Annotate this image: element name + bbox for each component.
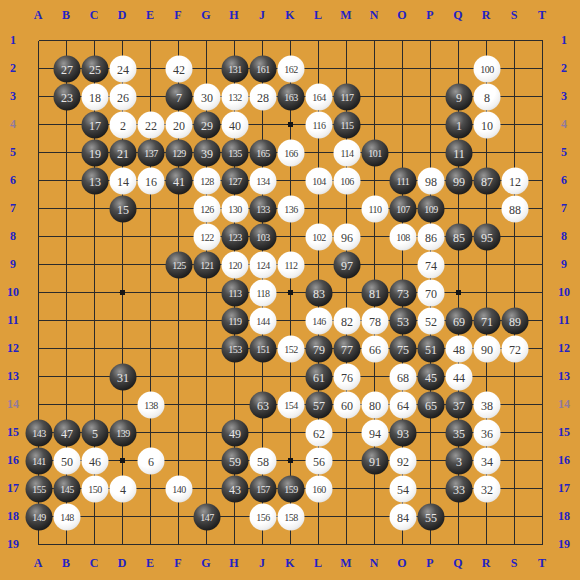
stone-W138-E14[interactable]: 138 — [138, 392, 165, 419]
stone-W160-L17[interactable]: 160 — [306, 476, 333, 503]
coord-label-top-Q: Q — [444, 7, 472, 23]
coord-label-right-14: 14 — [550, 396, 578, 412]
stone-B149-A18[interactable]: 149 — [26, 504, 53, 531]
coord-label-right-13: 13 — [550, 368, 578, 384]
coord-label-bottom-O: O — [388, 555, 416, 571]
stone-W124-J9[interactable]: 124 — [250, 252, 277, 279]
coord-label-left-19: 19 — [0, 536, 27, 552]
coord-label-bottom-G: G — [192, 555, 220, 571]
stone-W144-J11[interactable]: 144 — [250, 308, 277, 335]
stone-W86-P8[interactable]: 86 — [418, 224, 445, 251]
stone-B61-L13[interactable]: 61 — [306, 364, 333, 391]
stone-W152-K12[interactable]: 152 — [278, 336, 305, 363]
coord-label-right-7: 7 — [550, 200, 578, 216]
coord-label-right-18: 18 — [550, 508, 578, 524]
stone-W148-B18[interactable]: 148 — [54, 504, 81, 531]
stone-W44-Q13[interactable]: 44 — [446, 364, 473, 391]
stone-W6-E16[interactable]: 6 — [138, 448, 165, 475]
coord-label-left-18: 18 — [0, 508, 27, 524]
coord-label-left-17: 17 — [0, 480, 27, 496]
coord-label-left-14: 14 — [0, 396, 27, 412]
stone-W96-M8[interactable]: 96 — [334, 224, 361, 251]
coord-label-bottom-M: M — [332, 555, 360, 571]
stone-W42-F2[interactable]: 42 — [166, 56, 193, 83]
coord-label-bottom-S: S — [500, 555, 528, 571]
stone-W72-S12[interactable]: 72 — [502, 336, 529, 363]
coord-label-left-4: 4 — [0, 116, 27, 132]
coord-label-right-5: 5 — [550, 144, 578, 160]
coord-label-top-F: F — [164, 7, 192, 23]
coord-label-left-16: 16 — [0, 452, 27, 468]
stone-B33-Q17[interactable]: 33 — [446, 476, 473, 503]
stone-W24-D2[interactable]: 24 — [110, 56, 137, 83]
stone-B101-N5[interactable]: 101 — [362, 140, 389, 167]
coord-label-top-J: J — [248, 7, 276, 23]
coord-label-top-P: P — [416, 7, 444, 23]
stone-W74-P9[interactable]: 74 — [418, 252, 445, 279]
stone-W106-M6[interactable]: 106 — [334, 168, 361, 195]
coord-label-top-H: H — [220, 7, 248, 23]
stone-W26-D3[interactable]: 26 — [110, 84, 137, 111]
stone-B31-D13[interactable]: 31 — [110, 364, 137, 391]
coord-label-right-19: 19 — [550, 536, 578, 552]
stone-B81-N10[interactable]: 81 — [362, 280, 389, 307]
stone-W4-D17[interactable]: 4 — [110, 476, 137, 503]
stone-W98-P6[interactable]: 98 — [418, 168, 445, 195]
stone-W120-H9[interactable]: 120 — [222, 252, 249, 279]
stone-B121-G9[interactable]: 121 — [194, 252, 221, 279]
stone-W20-F4[interactable]: 20 — [166, 112, 193, 139]
stone-B63-J14[interactable]: 63 — [250, 392, 277, 419]
coord-label-top-B: B — [52, 7, 80, 23]
stone-W132-H3[interactable]: 132 — [222, 84, 249, 111]
stone-W22-E4[interactable]: 22 — [138, 112, 165, 139]
stone-B123-H8[interactable]: 123 — [222, 224, 249, 251]
stone-W58-J16[interactable]: 58 — [250, 448, 277, 475]
coord-label-top-N: N — [360, 7, 388, 23]
stone-W88-S7[interactable]: 88 — [502, 196, 529, 223]
coord-label-bottom-H: H — [220, 555, 248, 571]
stone-W50-B16[interactable]: 50 — [54, 448, 81, 475]
coord-label-bottom-A: A — [24, 555, 52, 571]
stone-W18-C3[interactable]: 18 — [82, 84, 109, 111]
coord-label-top-A: A — [24, 7, 52, 23]
star-point-K10 — [288, 290, 294, 296]
stone-B15-D7[interactable]: 15 — [110, 196, 137, 223]
stone-W12-S6[interactable]: 12 — [502, 168, 529, 195]
stone-B93-O15[interactable]: 93 — [390, 420, 417, 447]
stone-B153-H12[interactable]: 153 — [222, 336, 249, 363]
coord-label-top-R: R — [472, 7, 500, 23]
coord-label-left-9: 9 — [0, 256, 27, 272]
stone-B127-H6[interactable]: 127 — [222, 168, 249, 195]
stone-W146-L11[interactable]: 146 — [306, 308, 333, 335]
stone-W28-J3[interactable]: 28 — [250, 84, 277, 111]
stone-W34-R16[interactable]: 34 — [474, 448, 501, 475]
go-board[interactable]: AABBCCDDEEFFGGHHJJKKLLMMNNOOPPQQRRSSTT11… — [0, 0, 580, 580]
stone-W90-R12[interactable]: 90 — [474, 336, 501, 363]
coord-label-bottom-P: P — [416, 555, 444, 571]
stone-W16-E6[interactable]: 16 — [138, 168, 165, 195]
stone-B9-Q3[interactable]: 9 — [446, 84, 473, 111]
stone-B91-N16[interactable]: 91 — [362, 448, 389, 475]
coord-label-right-10: 10 — [550, 284, 578, 300]
coord-label-right-4: 4 — [550, 116, 578, 132]
stone-B37-Q14[interactable]: 37 — [446, 392, 473, 419]
coord-label-bottom-Q: Q — [444, 555, 472, 571]
stone-W80-N14[interactable]: 80 — [362, 392, 389, 419]
star-point-Q10 — [456, 290, 462, 296]
stone-W8-R3[interactable]: 8 — [474, 84, 501, 111]
coord-label-left-1: 1 — [0, 32, 27, 48]
stone-W66-N12[interactable]: 66 — [362, 336, 389, 363]
stone-B135-H5[interactable]: 135 — [222, 140, 249, 167]
stone-W114-M5[interactable]: 114 — [334, 140, 361, 167]
coord-label-left-13: 13 — [0, 368, 27, 384]
stone-B23-B3[interactable]: 23 — [54, 84, 81, 111]
stone-B111-O6[interactable]: 111 — [390, 168, 417, 195]
stone-B83-L10[interactable]: 83 — [306, 280, 333, 307]
stone-W118-J10[interactable]: 118 — [250, 280, 277, 307]
stone-W46-C16[interactable]: 46 — [82, 448, 109, 475]
stone-B73-O10[interactable]: 73 — [390, 280, 417, 307]
stone-B79-L12[interactable]: 79 — [306, 336, 333, 363]
coord-label-bottom-N: N — [360, 555, 388, 571]
coord-label-right-2: 2 — [550, 60, 578, 76]
coord-label-left-8: 8 — [0, 228, 27, 244]
stone-W60-M14[interactable]: 60 — [334, 392, 361, 419]
stone-B89-S11[interactable]: 89 — [502, 308, 529, 335]
stone-B47-B15[interactable]: 47 — [54, 420, 81, 447]
stone-W10-R4[interactable]: 10 — [474, 112, 501, 139]
stone-W126-G7[interactable]: 126 — [194, 196, 221, 223]
coord-label-right-9: 9 — [550, 256, 578, 272]
stone-B151-J12[interactable]: 151 — [250, 336, 277, 363]
stone-B107-O7[interactable]: 107 — [390, 196, 417, 223]
stone-B97-M9[interactable]: 97 — [334, 252, 361, 279]
stone-B7-F3[interactable]: 7 — [166, 84, 193, 111]
stone-W32-R17[interactable]: 32 — [474, 476, 501, 503]
stone-B71-R11[interactable]: 71 — [474, 308, 501, 335]
stone-B5-C15[interactable]: 5 — [82, 420, 109, 447]
stone-B109-P7[interactable]: 109 — [418, 196, 445, 223]
coord-label-left-12: 12 — [0, 340, 27, 356]
stone-W162-K2[interactable]: 162 — [278, 56, 305, 83]
stone-B1-Q4[interactable]: 1 — [446, 112, 473, 139]
coord-label-bottom-C: C — [80, 555, 108, 571]
stone-B59-H16[interactable]: 59 — [222, 448, 249, 475]
stone-B25-C2[interactable]: 25 — [82, 56, 109, 83]
stone-B137-E5[interactable]: 137 — [138, 140, 165, 167]
stone-W62-L15[interactable]: 62 — [306, 420, 333, 447]
coord-label-top-S: S — [500, 7, 528, 23]
coord-label-top-D: D — [108, 7, 136, 23]
stone-W52-P11[interactable]: 52 — [418, 308, 445, 335]
stone-B43-H17[interactable]: 43 — [222, 476, 249, 503]
stone-W94-N15[interactable]: 94 — [362, 420, 389, 447]
stone-W110-N7[interactable]: 110 — [362, 196, 389, 223]
stone-W102-L8[interactable]: 102 — [306, 224, 333, 251]
stone-W134-J6[interactable]: 134 — [250, 168, 277, 195]
stone-W116-L4[interactable]: 116 — [306, 112, 333, 139]
star-point-D10 — [120, 290, 126, 296]
stone-B119-H11[interactable]: 119 — [222, 308, 249, 335]
coord-label-left-2: 2 — [0, 60, 27, 76]
stone-B69-Q11[interactable]: 69 — [446, 308, 473, 335]
star-point-K16 — [288, 458, 294, 464]
coord-label-left-3: 3 — [0, 88, 27, 104]
star-point-D16 — [120, 458, 126, 464]
coord-label-right-8: 8 — [550, 228, 578, 244]
stone-W70-P10[interactable]: 70 — [418, 280, 445, 307]
coord-label-right-15: 15 — [550, 424, 578, 440]
stone-B95-R8[interactable]: 95 — [474, 224, 501, 251]
stone-W30-G3[interactable]: 30 — [194, 84, 221, 111]
coord-label-left-6: 6 — [0, 172, 27, 188]
coord-label-left-5: 5 — [0, 144, 27, 160]
stone-B35-Q15[interactable]: 35 — [446, 420, 473, 447]
stone-B27-B2[interactable]: 27 — [54, 56, 81, 83]
stone-W48-Q12[interactable]: 48 — [446, 336, 473, 363]
stone-B145-B17[interactable]: 145 — [54, 476, 81, 503]
stone-B155-A17[interactable]: 155 — [26, 476, 53, 503]
coord-label-right-3: 3 — [550, 88, 578, 104]
coord-label-bottom-B: B — [52, 555, 80, 571]
stone-W36-R15[interactable]: 36 — [474, 420, 501, 447]
coord-label-right-6: 6 — [550, 172, 578, 188]
stone-W140-F17[interactable]: 140 — [166, 476, 193, 503]
stone-W128-G6[interactable]: 128 — [194, 168, 221, 195]
stone-B17-C4[interactable]: 17 — [82, 112, 109, 139]
stone-W84-O18[interactable]: 84 — [390, 504, 417, 531]
stone-W100-R2[interactable]: 100 — [474, 56, 501, 83]
stone-W78-N11[interactable]: 78 — [362, 308, 389, 335]
stone-B13-C6[interactable]: 13 — [82, 168, 109, 195]
stone-W164-L3[interactable]: 164 — [306, 84, 333, 111]
stone-B65-P14[interactable]: 65 — [418, 392, 445, 419]
stone-B57-L14[interactable]: 57 — [306, 392, 333, 419]
stone-W14-D6[interactable]: 14 — [110, 168, 137, 195]
coord-label-right-16: 16 — [550, 452, 578, 468]
stone-W68-O13[interactable]: 68 — [390, 364, 417, 391]
stone-B157-J17[interactable]: 157 — [250, 476, 277, 503]
stone-B115-M4[interactable]: 115 — [334, 112, 361, 139]
stone-B39-G5[interactable]: 39 — [194, 140, 221, 167]
stone-B75-O12[interactable]: 75 — [390, 336, 417, 363]
stone-B19-C5[interactable]: 19 — [82, 140, 109, 167]
stone-B141-A16[interactable]: 141 — [26, 448, 53, 475]
coord-label-top-L: L — [304, 7, 332, 23]
stone-B161-J2[interactable]: 161 — [250, 56, 277, 83]
stone-W104-L6[interactable]: 104 — [306, 168, 333, 195]
stone-B77-M12[interactable]: 77 — [334, 336, 361, 363]
coord-label-bottom-E: E — [136, 555, 164, 571]
stone-W76-M13[interactable]: 76 — [334, 364, 361, 391]
coord-label-bottom-T: T — [528, 555, 556, 571]
stone-B165-J5[interactable]: 165 — [250, 140, 277, 167]
stone-B3-Q16[interactable]: 3 — [446, 448, 473, 475]
coord-label-bottom-R: R — [472, 555, 500, 571]
stone-W166-K5[interactable]: 166 — [278, 140, 305, 167]
stone-W2-D4[interactable]: 2 — [110, 112, 137, 139]
stone-B55-P18[interactable]: 55 — [418, 504, 445, 531]
stone-B133-J7[interactable]: 133 — [250, 196, 277, 223]
stone-W158-K18[interactable]: 158 — [278, 504, 305, 531]
stone-B113-H10[interactable]: 113 — [222, 280, 249, 307]
stone-W54-O17[interactable]: 54 — [390, 476, 417, 503]
star-point-K4 — [288, 122, 294, 128]
stone-B131-H2[interactable]: 131 — [222, 56, 249, 83]
coord-label-top-C: C — [80, 7, 108, 23]
coord-label-right-17: 17 — [550, 480, 578, 496]
coord-label-right-11: 11 — [550, 312, 578, 328]
coord-label-top-G: G — [192, 7, 220, 23]
stone-B103-J8[interactable]: 103 — [250, 224, 277, 251]
coord-label-top-T: T — [528, 7, 556, 23]
stone-W130-H7[interactable]: 130 — [222, 196, 249, 223]
coord-label-top-K: K — [276, 7, 304, 23]
stone-B85-Q8[interactable]: 85 — [446, 224, 473, 251]
stone-B143-A15[interactable]: 143 — [26, 420, 53, 447]
stone-W112-K9[interactable]: 112 — [278, 252, 305, 279]
coord-label-right-1: 1 — [550, 32, 578, 48]
stone-B53-O11[interactable]: 53 — [390, 308, 417, 335]
stone-B159-K17[interactable]: 159 — [278, 476, 305, 503]
coord-label-top-M: M — [332, 7, 360, 23]
coord-label-bottom-L: L — [304, 555, 332, 571]
stone-W64-O14[interactable]: 64 — [390, 392, 417, 419]
stone-B117-M3[interactable]: 117 — [334, 84, 361, 111]
stone-W38-R14[interactable]: 38 — [474, 392, 501, 419]
coord-label-left-11: 11 — [0, 312, 27, 328]
stone-W40-H4[interactable]: 40 — [222, 112, 249, 139]
stone-W108-O8[interactable]: 108 — [390, 224, 417, 251]
stone-B49-H15[interactable]: 49 — [222, 420, 249, 447]
coord-label-top-E: E — [136, 7, 164, 23]
stone-B29-G4[interactable]: 29 — [194, 112, 221, 139]
stone-B163-K3[interactable]: 163 — [278, 84, 305, 111]
stone-W154-K14[interactable]: 154 — [278, 392, 305, 419]
stone-B51-P12[interactable]: 51 — [418, 336, 445, 363]
stone-B21-D5[interactable]: 21 — [110, 140, 137, 167]
stone-B125-F9[interactable]: 125 — [166, 252, 193, 279]
stone-B87-R6[interactable]: 87 — [474, 168, 501, 195]
stone-W156-J18[interactable]: 156 — [250, 504, 277, 531]
coord-label-right-12: 12 — [550, 340, 578, 356]
coord-label-left-15: 15 — [0, 424, 27, 440]
coord-label-bottom-D: D — [108, 555, 136, 571]
stone-B99-Q6[interactable]: 99 — [446, 168, 473, 195]
stone-B11-Q5[interactable]: 11 — [446, 140, 473, 167]
coord-label-left-7: 7 — [0, 200, 27, 216]
stone-B41-F6[interactable]: 41 — [166, 168, 193, 195]
coord-label-top-O: O — [388, 7, 416, 23]
stone-W150-C17[interactable]: 150 — [82, 476, 109, 503]
stone-W56-L16[interactable]: 56 — [306, 448, 333, 475]
stone-B147-G18[interactable]: 147 — [194, 504, 221, 531]
coord-label-left-10: 10 — [0, 284, 27, 300]
stone-W82-M11[interactable]: 82 — [334, 308, 361, 335]
stone-W92-O16[interactable]: 92 — [390, 448, 417, 475]
stone-W136-K7[interactable]: 136 — [278, 196, 305, 223]
coord-label-bottom-K: K — [276, 555, 304, 571]
coord-label-bottom-J: J — [248, 555, 276, 571]
stone-B45-P13[interactable]: 45 — [418, 364, 445, 391]
stone-W122-G8[interactable]: 122 — [194, 224, 221, 251]
stone-B129-F5[interactable]: 129 — [166, 140, 193, 167]
coord-label-bottom-F: F — [164, 555, 192, 571]
stone-B139-D15[interactable]: 139 — [110, 420, 137, 447]
